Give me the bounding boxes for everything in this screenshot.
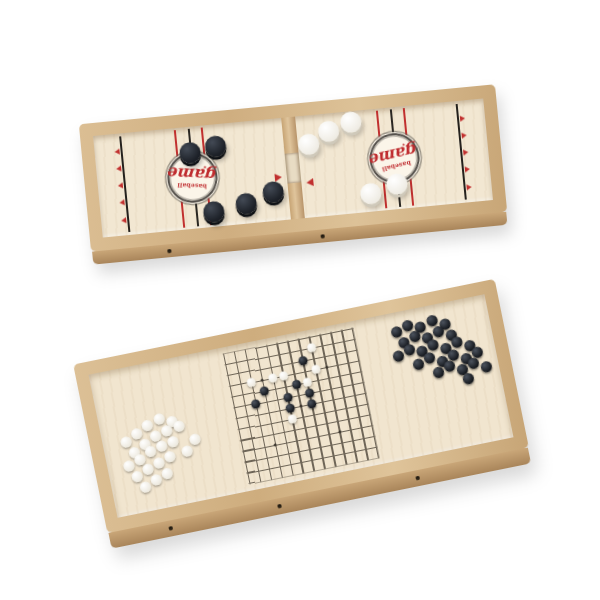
white-stone-pile-stone: [153, 456, 166, 469]
black-stone-pile-stone: [412, 358, 425, 371]
white-stone-pile-stone: [150, 473, 163, 486]
star-point: [325, 365, 329, 369]
white-stone-pile-stone: [130, 427, 143, 440]
sling-puck-board: baseball game baseball game: [79, 84, 507, 251]
star-point: [273, 443, 277, 447]
screw-hole: [416, 476, 421, 481]
white-stone-pile-stone: [181, 445, 194, 458]
screw-hole: [320, 234, 324, 238]
goal-arrow-icon: [120, 200, 126, 206]
sling-left-half: baseball game: [93, 118, 291, 238]
goal-line-right: [455, 104, 466, 200]
gomoku-playfield: [89, 294, 514, 518]
black-puck: [204, 135, 227, 158]
black-stone-pile-stone: [426, 338, 439, 351]
white-stone-pile-stone: [139, 481, 152, 494]
white-stone-pile-stone: [120, 436, 133, 449]
black-stone-pile-stone: [403, 343, 416, 356]
goal-line-left: [120, 136, 131, 232]
goal-arrow-icon: [466, 184, 472, 190]
screw-hole: [277, 504, 282, 509]
sling-playfield: baseball game baseball game: [93, 98, 493, 237]
white-puck: [298, 132, 321, 155]
black-puck: [203, 200, 226, 223]
white-puck: [359, 182, 382, 205]
black-stone-pile-stone: [480, 360, 493, 373]
black-stone-pile-stone: [443, 360, 456, 373]
white-stone-pile-stone: [144, 445, 157, 458]
black-stone: [285, 403, 296, 414]
black-stone: [259, 386, 270, 397]
white-stone: [246, 377, 257, 388]
goal-arrow-icon: [115, 148, 121, 154]
white-stone: [278, 371, 289, 382]
goal-arrow-icon: [463, 149, 469, 155]
gomoku-board: [73, 279, 529, 533]
white-stone-pile-stone: [141, 419, 154, 432]
black-stone-pile-stone: [423, 351, 436, 364]
black-stone: [304, 388, 315, 399]
black-stone-pile-stone: [462, 372, 475, 385]
white-stone-pile-stone: [167, 435, 180, 448]
black-stone: [291, 379, 302, 390]
black-stone: [306, 399, 317, 410]
slot-arrow-icon: [274, 173, 282, 182]
black-puck: [234, 192, 257, 215]
stamp-dots-icon: [405, 145, 407, 147]
goal-arrow-icon: [459, 115, 465, 121]
white-stone-pile-stone: [155, 440, 168, 453]
sling-right-half: baseball game: [295, 98, 493, 218]
screw-hole: [167, 249, 171, 253]
white-stone-pile-stone: [131, 470, 144, 483]
black-stone: [283, 392, 294, 403]
black-puck: [262, 181, 285, 204]
white-stone: [287, 414, 298, 425]
white-stone-pile-stone: [161, 467, 174, 480]
goal-arrow-icon: [116, 165, 122, 171]
white-stone-pile-stone: [163, 450, 176, 463]
black-stone-pile-stone: [392, 350, 405, 363]
white-stone-pile-stone: [173, 420, 186, 433]
black-stone: [250, 399, 261, 410]
white-puck: [317, 120, 340, 143]
black-stone-pile-stone: [467, 357, 480, 370]
white-stone: [268, 373, 279, 384]
puck-slot: [285, 152, 302, 183]
logo-main-text: game: [167, 165, 216, 183]
slot-arrow-icon: [306, 178, 314, 187]
gomoku-grid: [223, 328, 380, 485]
stamp-dots-icon: [206, 168, 208, 170]
product-photo: baseball game baseball game: [0, 0, 600, 600]
star-point: [299, 404, 303, 408]
screw-hole: [168, 526, 173, 531]
white-stone: [302, 377, 313, 388]
white-puck: [339, 111, 362, 134]
white-stone-pile-stone: [142, 463, 155, 476]
white-stone-pile-stone: [123, 460, 136, 473]
white-stone: [311, 364, 322, 375]
goal-arrow-icon: [464, 166, 470, 172]
white-stone: [306, 342, 317, 353]
black-stone: [298, 355, 309, 366]
white-stone-pile-stone: [153, 413, 166, 426]
white-stone-pile-stone: [189, 433, 202, 446]
goal-arrow-icon: [461, 132, 467, 138]
star-point: [260, 378, 264, 382]
goal-arrow-icon: [121, 217, 127, 223]
goal-arrow-icon: [118, 182, 124, 188]
star-point: [338, 430, 342, 434]
black-stone-pile-stone: [432, 366, 445, 379]
black-stone-pile-stone: [450, 336, 463, 349]
